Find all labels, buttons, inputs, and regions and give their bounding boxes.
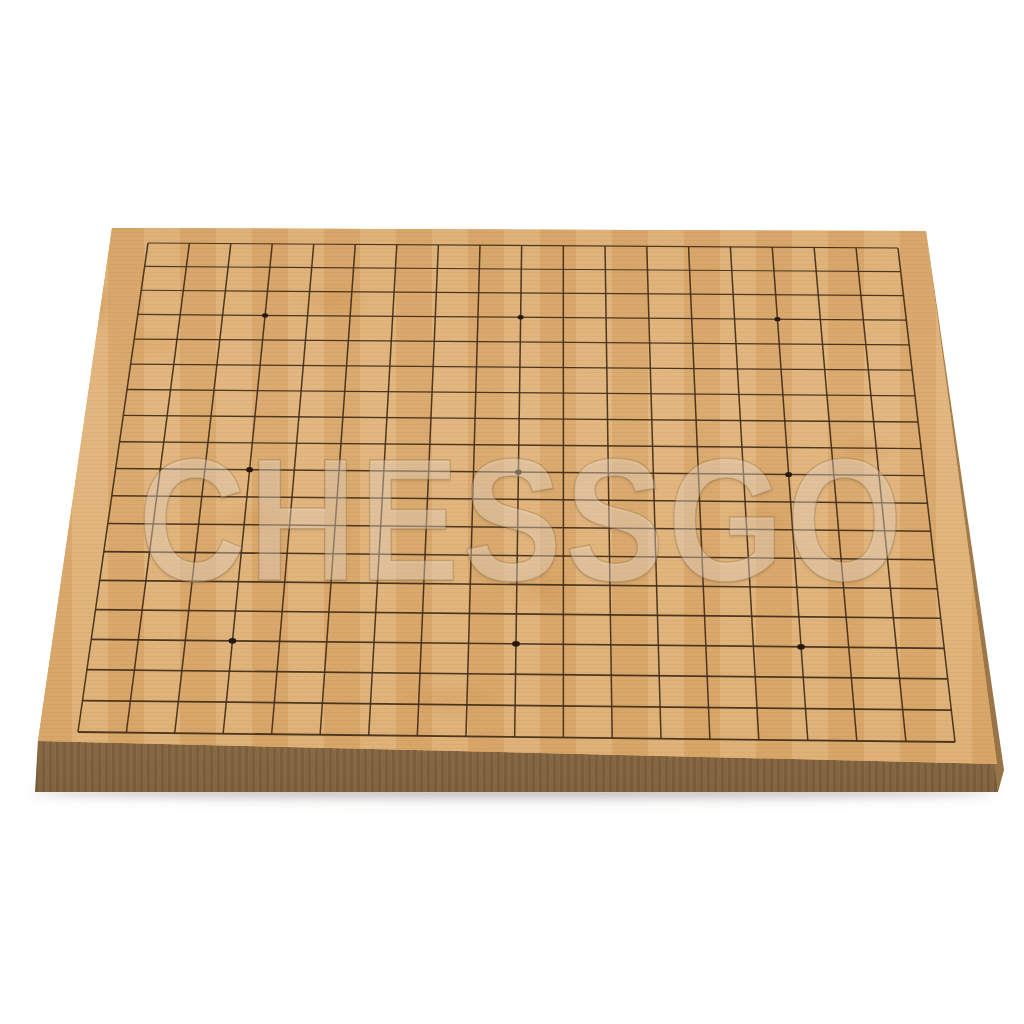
product-photo: CHESSGO bbox=[0, 0, 1024, 1024]
watermark-text: CHESSGO bbox=[138, 432, 906, 607]
